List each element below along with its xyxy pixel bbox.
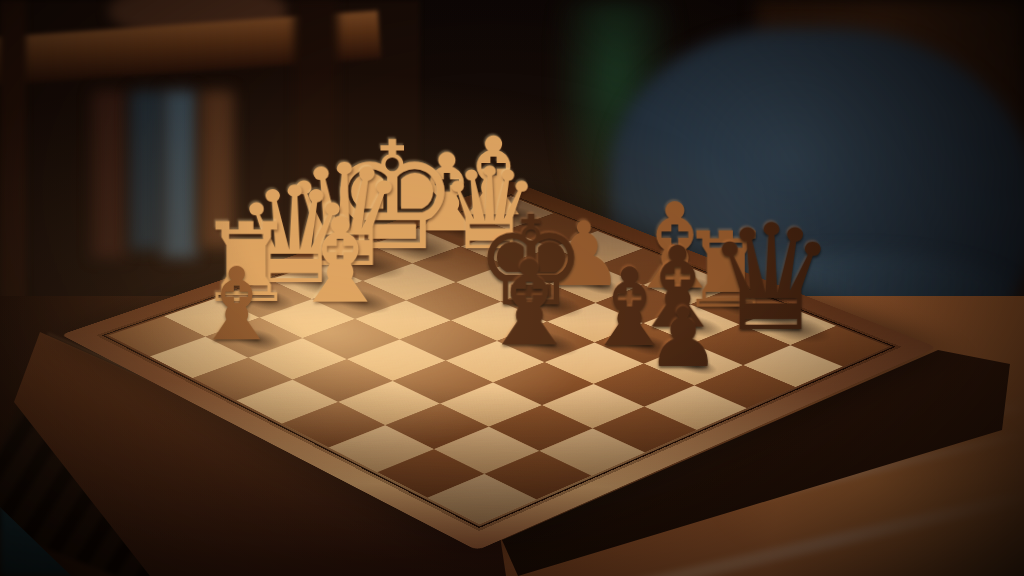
piece-black-pawn: ♟ (646, 297, 720, 379)
chess-photo-scene: ♝♛♝♚♛♝♛♜♝♝♜♛♝♟♚♝♝♟ (0, 0, 1024, 576)
piece-white-bishop: ♝ (288, 202, 394, 320)
piece-black-bishop: ♝ (477, 245, 582, 362)
book-spine (130, 90, 164, 250)
book-spine (163, 90, 197, 258)
piece-white-bishop: ♝ (192, 254, 282, 355)
book-spine (92, 90, 126, 258)
piece-black-queen: ♛ (706, 204, 837, 350)
